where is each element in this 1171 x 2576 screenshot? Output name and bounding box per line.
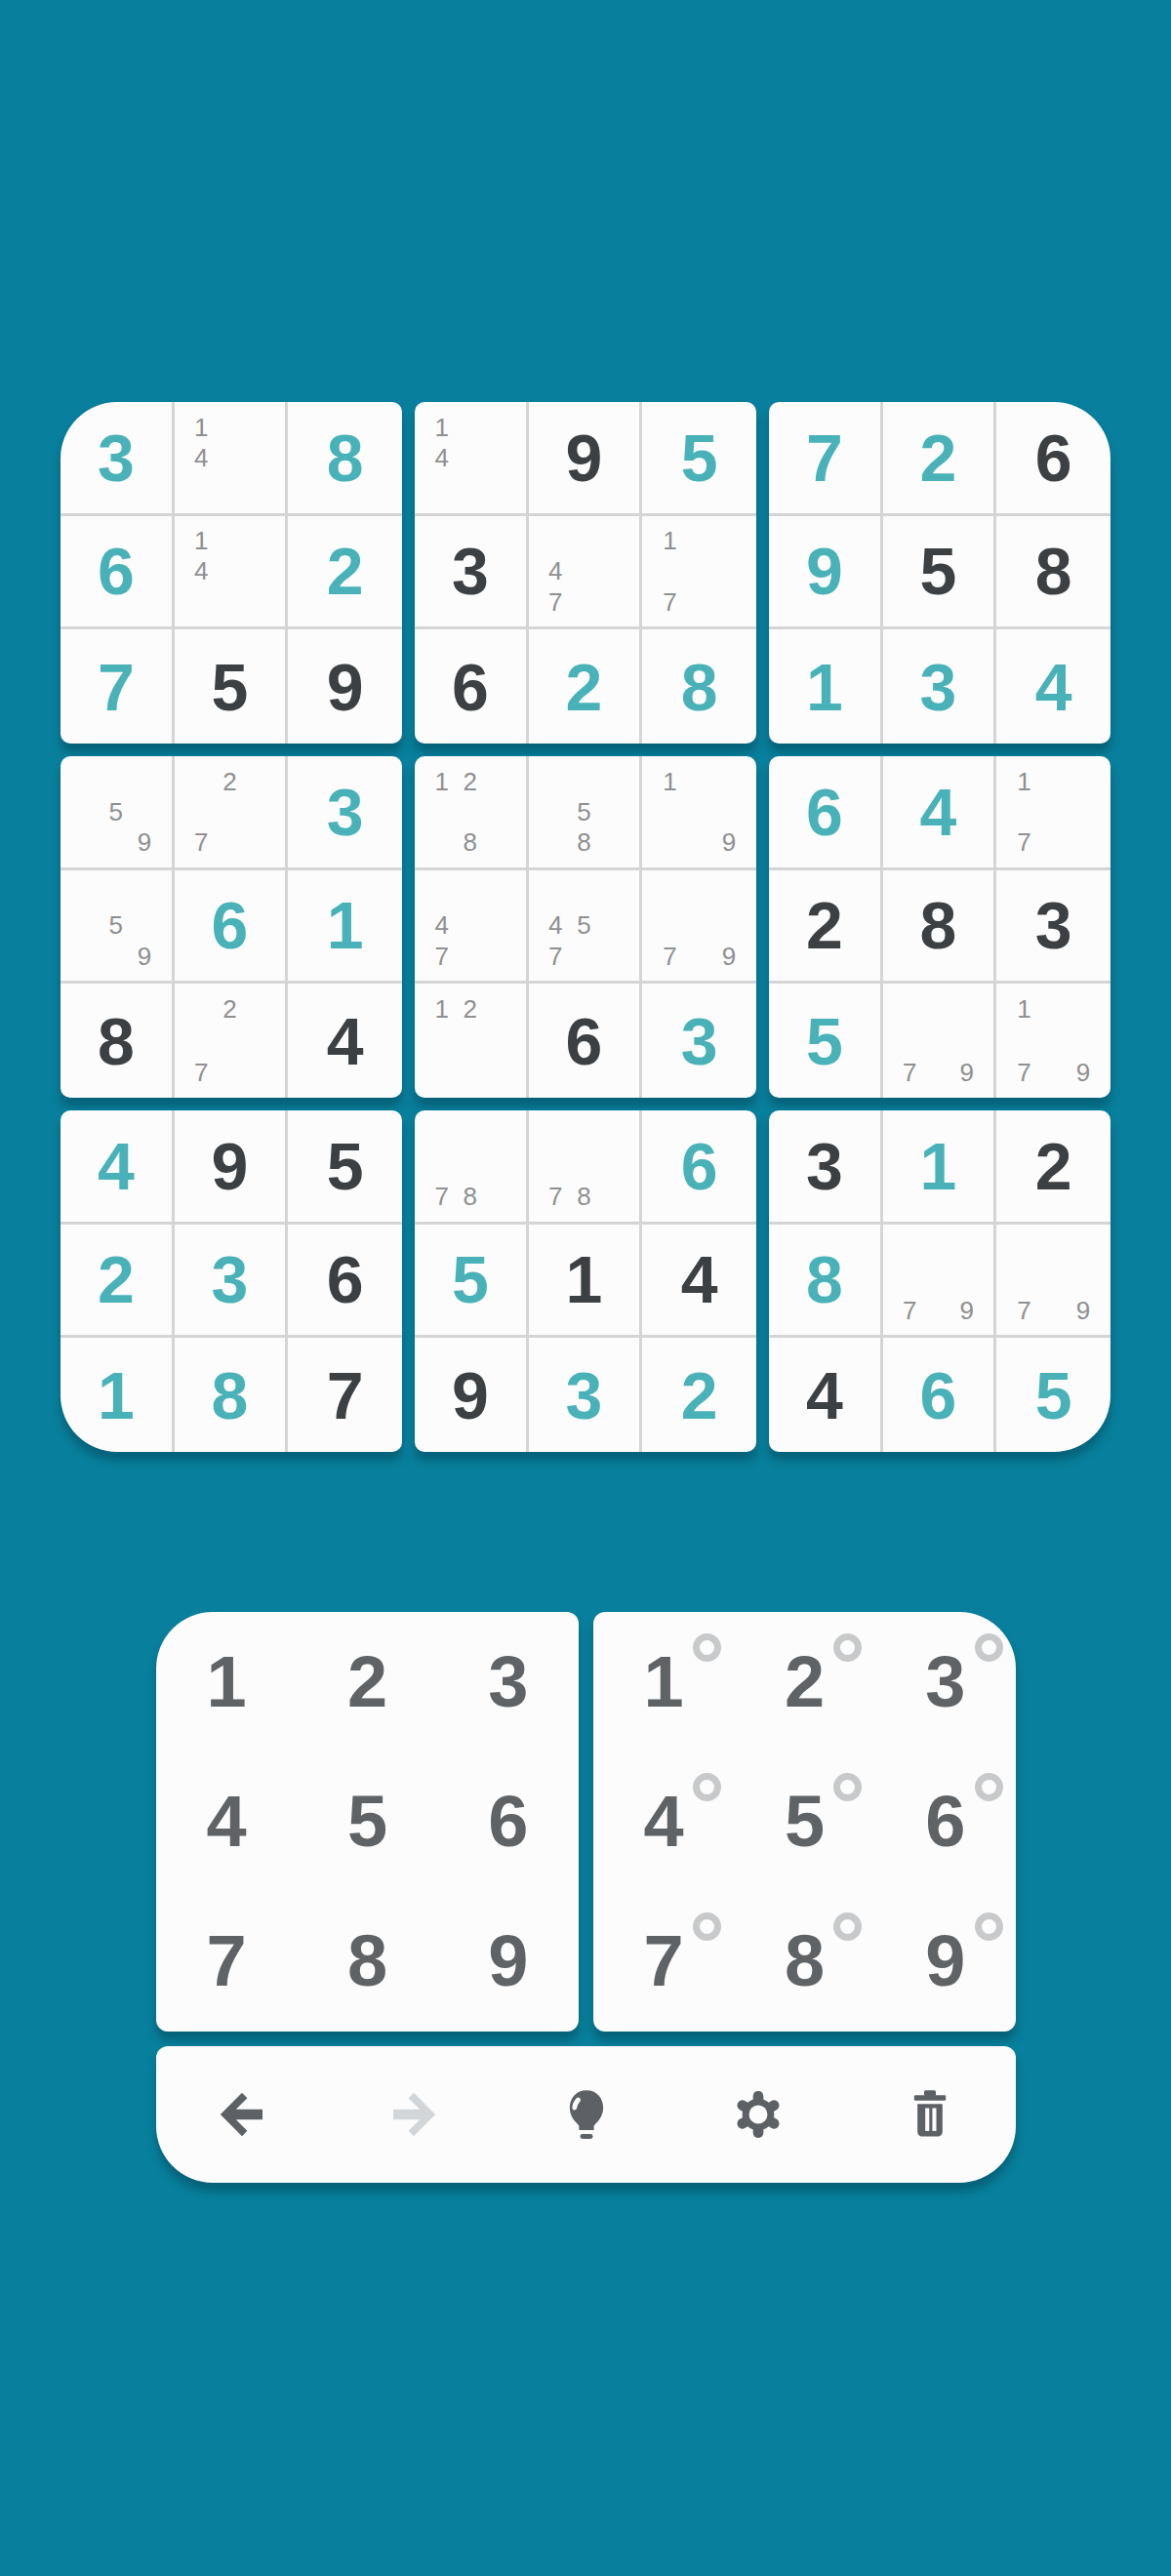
key-4[interactable]: 4	[156, 1751, 297, 1891]
cell-r3c9[interactable]: 4	[996, 629, 1110, 744]
cell-r6c5[interactable]: 6	[529, 984, 643, 1098]
cell-r2c4[interactable]: 3	[415, 516, 529, 630]
note-key-3[interactable]: 3	[875, 1612, 1016, 1751]
note-slot-1	[542, 766, 570, 796]
cell-digit: 4	[681, 1246, 718, 1312]
note-slot-5	[1039, 796, 1069, 826]
cell-r3c3[interactable]: 9	[288, 629, 402, 744]
note-slot-6	[1069, 796, 1098, 826]
cell-r9c3[interactable]: 7	[288, 1338, 402, 1452]
cell-digit: 5	[681, 424, 718, 491]
cell-r2c7[interactable]: 9	[769, 516, 883, 630]
cell-digit: 3	[681, 1008, 718, 1074]
note-slot-5	[570, 1150, 598, 1181]
note-slot-3	[244, 766, 272, 796]
note-slot-9: 9	[952, 1295, 981, 1325]
note-slot-5: 5	[570, 910, 598, 941]
key-8[interactable]: 8	[297, 1892, 437, 2032]
board-box-2: 149534717628	[415, 402, 756, 744]
note-slot-1: 1	[1009, 766, 1038, 796]
erase-button[interactable]	[844, 2086, 1016, 2143]
cell-digit: 6	[452, 654, 489, 720]
pencil-notes: 457	[542, 880, 627, 972]
note-key-7[interactable]: 7	[593, 1892, 734, 2032]
cell-r7c2[interactable]: 9	[175, 1110, 289, 1225]
arrow-right-icon	[386, 2087, 441, 2142]
note-slot-4	[73, 796, 101, 826]
cell-digit: 7	[98, 654, 135, 720]
note-slot-6	[598, 1150, 626, 1181]
note-key-9[interactable]: 9	[875, 1892, 1016, 2032]
cell-r2c2[interactable]: 14	[175, 516, 289, 630]
key-digit: 1	[644, 1646, 684, 1718]
cell-digit: 5	[806, 1008, 843, 1074]
note-slot-4	[896, 1265, 924, 1295]
note-slot-3	[484, 1120, 512, 1150]
note-slot-4	[1009, 1265, 1038, 1295]
settings-button[interactable]	[672, 2086, 844, 2143]
cell-digit: 8	[681, 654, 718, 720]
key-9[interactable]: 9	[438, 1892, 579, 2032]
key-1[interactable]: 1	[156, 1612, 297, 1751]
cell-r7c1[interactable]: 4	[61, 1110, 175, 1225]
cell-r6c1[interactable]: 8	[61, 984, 175, 1098]
cell-r2c6[interactable]: 17	[642, 516, 756, 630]
note-slot-4: 4	[187, 442, 216, 472]
note-mode-ring-icon	[833, 1912, 862, 1941]
cell-digit: 8	[1035, 538, 1072, 604]
note-slot-3	[244, 412, 272, 442]
note-slot-3	[484, 993, 512, 1025]
note-slot-8	[456, 1057, 484, 1088]
cell-r9c2[interactable]: 8	[175, 1338, 289, 1452]
cell-digit: 2	[920, 424, 957, 491]
cell-r8c9[interactable]: 79	[996, 1225, 1110, 1339]
board-box-6: 6417283579179	[769, 756, 1110, 1098]
key-3[interactable]: 3	[438, 1612, 579, 1751]
cell-digit: 2	[681, 1362, 718, 1429]
key-digit: 2	[785, 1646, 825, 1718]
note-slot-6	[714, 556, 744, 586]
cell-r7c4[interactable]: 78	[415, 1110, 529, 1225]
note-key-4[interactable]: 4	[593, 1751, 734, 1891]
cell-r1c9[interactable]: 6	[996, 402, 1110, 516]
board-box-3: 726958134	[769, 402, 1110, 744]
cell-r8c3[interactable]: 6	[288, 1225, 402, 1339]
cell-r1c1[interactable]: 3	[61, 402, 175, 516]
note-slot-1: 1	[187, 412, 216, 442]
note-slot-2	[685, 766, 714, 796]
cell-digit: 7	[806, 424, 843, 491]
keypad-normal: 123456789	[156, 1612, 579, 2032]
note-slot-5	[456, 796, 484, 826]
note-slot-9	[484, 1181, 512, 1211]
note-slot-7: 7	[896, 1057, 924, 1088]
cell-digit: 7	[327, 1362, 364, 1429]
note-slot-1: 1	[187, 526, 216, 556]
pencil-notes: 78	[542, 1120, 627, 1212]
note-slot-2	[1039, 993, 1069, 1025]
pencil-notes: 179	[1009, 993, 1098, 1088]
note-slot-8	[685, 586, 714, 617]
note-slot-6	[484, 1150, 512, 1181]
cell-r4c4[interactable]: 128	[415, 756, 529, 870]
cell-r8c1[interactable]: 2	[61, 1225, 175, 1339]
note-slot-2	[456, 1120, 484, 1150]
note-slot-3	[484, 766, 512, 796]
cell-digit: 5	[452, 1246, 489, 1312]
cell-digit: 6	[681, 1133, 718, 1199]
pencil-notes: 128	[427, 766, 513, 858]
note-slot-2: 2	[456, 766, 484, 796]
note-slot-1	[187, 766, 216, 796]
cell-r8c6[interactable]: 4	[642, 1225, 756, 1339]
note-slot-2: 2	[216, 993, 244, 1025]
cell-r9c7[interactable]: 4	[769, 1338, 883, 1452]
cell-r9c4[interactable]: 9	[415, 1338, 529, 1452]
note-slot-2	[456, 412, 484, 442]
note-slot-3	[598, 766, 626, 796]
cell-digit: 1	[566, 1246, 603, 1312]
cell-r5c4[interactable]: 47	[415, 870, 529, 985]
note-slot-7: 7	[655, 941, 684, 971]
cell-digit: 5	[212, 654, 249, 720]
note-slot-3	[952, 1234, 981, 1265]
note-slot-9	[484, 826, 512, 857]
cell-r6c4[interactable]: 12	[415, 984, 529, 1098]
note-slot-5	[456, 1150, 484, 1181]
cell-r4c2[interactable]: 27	[175, 756, 289, 870]
cell-digit: 4	[327, 1008, 364, 1074]
note-slot-9	[714, 586, 744, 617]
note-slot-1: 1	[655, 526, 684, 556]
note-slot-3	[952, 993, 981, 1025]
cell-r9c1[interactable]: 1	[61, 1338, 175, 1452]
cell-r6c8[interactable]: 79	[883, 984, 997, 1098]
note-slot-6	[714, 910, 744, 941]
key-digit: 8	[785, 1925, 825, 1997]
note-slot-2	[570, 880, 598, 910]
note-slot-9	[598, 586, 626, 617]
toolbar	[156, 2046, 1016, 2183]
cell-r1c7[interactable]: 7	[769, 402, 883, 516]
note-slot-8	[456, 472, 484, 503]
note-slot-3	[598, 880, 626, 910]
cell-digit: 9	[212, 1133, 249, 1199]
note-slot-3	[1069, 766, 1098, 796]
note-slot-8	[216, 586, 244, 617]
pencil-notes: 14	[427, 412, 513, 503]
cell-r9c9[interactable]: 5	[996, 1338, 1110, 1452]
hint-button[interactable]	[500, 2086, 671, 2143]
note-slot-1	[655, 880, 684, 910]
note-slot-7: 7	[187, 1057, 216, 1088]
cell-r6c9[interactable]: 179	[996, 984, 1110, 1098]
note-slot-7	[427, 1057, 456, 1088]
note-slot-8: 8	[570, 1181, 598, 1211]
cell-r4c5[interactable]: 58	[529, 756, 643, 870]
note-mode-ring-icon	[833, 1773, 862, 1801]
note-slot-8: 8	[570, 826, 598, 857]
cell-r8c8[interactable]: 79	[883, 1225, 997, 1339]
cell-r6c3[interactable]: 4	[288, 984, 402, 1098]
cell-r4c9[interactable]: 17	[996, 756, 1110, 870]
note-slot-2: 2	[456, 993, 484, 1025]
cell-digit: 8	[327, 424, 364, 491]
note-slot-9: 9	[714, 941, 744, 971]
note-slot-8	[1039, 826, 1069, 857]
note-key-8[interactable]: 8	[734, 1892, 874, 2032]
cell-r4c1[interactable]: 59	[61, 756, 175, 870]
note-slot-1	[73, 880, 101, 910]
cell-r6c2[interactable]: 27	[175, 984, 289, 1098]
cell-r3c7[interactable]: 1	[769, 629, 883, 744]
key-digit: 9	[925, 1925, 965, 1997]
cell-r7c7[interactable]: 3	[769, 1110, 883, 1225]
cell-r5c7[interactable]: 2	[769, 870, 883, 985]
cell-r4c8[interactable]: 4	[883, 756, 997, 870]
cell-digit: 1	[806, 654, 843, 720]
note-slot-8	[570, 941, 598, 971]
note-slot-9	[598, 1181, 626, 1211]
pencil-notes: 27	[187, 766, 273, 858]
cell-r3c1[interactable]: 7	[61, 629, 175, 744]
undo-button[interactable]	[156, 2087, 328, 2142]
note-slot-1	[73, 766, 101, 796]
cell-r7c8[interactable]: 1	[883, 1110, 997, 1225]
note-slot-6	[1069, 1026, 1098, 1057]
note-slot-4: 4	[542, 910, 570, 941]
arrow-left-icon	[215, 2087, 269, 2142]
note-slot-9	[244, 1057, 272, 1088]
cell-r5c9[interactable]: 3	[996, 870, 1110, 985]
cell-digit: 1	[920, 1133, 957, 1199]
note-slot-6	[1069, 1265, 1098, 1295]
pencil-notes: 78	[427, 1120, 513, 1212]
key-6[interactable]: 6	[438, 1751, 579, 1891]
note-slot-8	[685, 826, 714, 857]
note-slot-5: 5	[101, 910, 130, 941]
note-slot-7: 7	[1009, 1057, 1038, 1088]
note-slot-7: 7	[896, 1295, 924, 1325]
note-slot-6	[952, 1265, 981, 1295]
cell-r5c1[interactable]: 59	[61, 870, 175, 985]
cell-r5c5[interactable]: 457	[529, 870, 643, 985]
note-slot-5	[685, 556, 714, 586]
cell-r4c7[interactable]: 6	[769, 756, 883, 870]
key-2[interactable]: 2	[297, 1612, 437, 1751]
cell-r3c8[interactable]: 3	[883, 629, 997, 744]
cell-digit: 5	[920, 538, 957, 604]
note-slot-6	[598, 910, 626, 941]
cell-r8c4[interactable]: 5	[415, 1225, 529, 1339]
note-slot-1	[896, 1234, 924, 1265]
note-slot-3	[714, 526, 744, 556]
cell-r2c9[interactable]: 8	[996, 516, 1110, 630]
key-digit: 5	[347, 1786, 387, 1858]
note-slot-6	[130, 910, 158, 941]
cell-r1c5[interactable]: 9	[529, 402, 643, 516]
cell-r3c5[interactable]: 2	[529, 629, 643, 744]
board-box-8: 78786514932	[415, 1110, 756, 1452]
cell-r7c5[interactable]: 78	[529, 1110, 643, 1225]
cell-r3c4[interactable]: 6	[415, 629, 529, 744]
note-slot-3	[130, 766, 158, 796]
note-slot-6	[484, 796, 512, 826]
cell-r1c8[interactable]: 2	[883, 402, 997, 516]
cell-r5c2[interactable]: 6	[175, 870, 289, 985]
cell-r2c5[interactable]: 47	[529, 516, 643, 630]
cell-digit: 3	[452, 538, 489, 604]
note-slot-3	[130, 880, 158, 910]
board-box-4: 5927359618274	[61, 756, 402, 1098]
cell-r8c5[interactable]: 1	[529, 1225, 643, 1339]
key-7[interactable]: 7	[156, 1892, 297, 2032]
note-slot-9: 9	[714, 826, 744, 857]
note-slot-1	[542, 880, 570, 910]
note-key-5[interactable]: 5	[734, 1751, 874, 1891]
note-slot-6	[244, 796, 272, 826]
note-slot-5	[924, 1026, 952, 1057]
note-slot-6	[484, 1026, 512, 1057]
note-slot-2	[1039, 766, 1069, 796]
cell-digit: 2	[98, 1246, 135, 1312]
redo-button[interactable]	[328, 2087, 500, 2142]
note-slot-7	[187, 586, 216, 617]
keypad-notes: 123456789	[593, 1612, 1016, 2032]
note-slot-7: 7	[1009, 1295, 1038, 1325]
pencil-notes: 27	[187, 993, 273, 1088]
cell-digit: 4	[1035, 654, 1072, 720]
note-slot-1	[542, 526, 570, 556]
pencil-notes: 47	[427, 880, 513, 972]
note-slot-2	[685, 880, 714, 910]
note-mode-ring-icon	[693, 1633, 721, 1662]
note-slot-9: 9	[130, 941, 158, 971]
note-mode-ring-icon	[693, 1773, 721, 1801]
board-box-9: 31287979465	[769, 1110, 1110, 1452]
note-slot-1	[896, 993, 924, 1025]
cell-r7c3[interactable]: 5	[288, 1110, 402, 1225]
cell-r5c8[interactable]: 8	[883, 870, 997, 985]
note-key-6[interactable]: 6	[875, 1751, 1016, 1891]
cell-r7c6[interactable]: 6	[642, 1110, 756, 1225]
note-slot-3	[598, 526, 626, 556]
note-key-1[interactable]: 1	[593, 1612, 734, 1751]
cell-r9c8[interactable]: 6	[883, 1338, 997, 1452]
cell-r5c6[interactable]: 79	[642, 870, 756, 985]
cell-r5c3[interactable]: 1	[288, 870, 402, 985]
note-slot-2	[101, 766, 130, 796]
note-slot-7	[73, 826, 101, 857]
cell-r2c8[interactable]: 5	[883, 516, 997, 630]
note-slot-8	[101, 826, 130, 857]
cell-digit: 9	[566, 424, 603, 491]
cell-r6c6[interactable]: 3	[642, 984, 756, 1098]
cell-r2c3[interactable]: 2	[288, 516, 402, 630]
cell-r1c2[interactable]: 14	[175, 402, 289, 516]
cell-digit: 3	[327, 779, 364, 845]
key-5[interactable]: 5	[297, 1751, 437, 1891]
pencil-notes: 79	[896, 1234, 982, 1326]
cell-r1c4[interactable]: 14	[415, 402, 529, 516]
note-slot-9: 9	[1069, 1295, 1098, 1325]
cell-r2c1[interactable]: 6	[61, 516, 175, 630]
note-slot-9	[598, 826, 626, 857]
cell-r8c7[interactable]: 8	[769, 1225, 883, 1339]
note-slot-7: 7	[655, 586, 684, 617]
cell-digit: 5	[327, 1133, 364, 1199]
key-digit: 7	[644, 1925, 684, 1997]
note-slot-9: 9	[130, 826, 158, 857]
cell-digit: 8	[212, 1362, 249, 1429]
cell-digit: 3	[212, 1246, 249, 1312]
cell-digit: 6	[566, 1008, 603, 1074]
note-slot-7	[187, 472, 216, 503]
pencil-notes: 59	[73, 766, 159, 858]
cell-r6c7[interactable]: 5	[769, 984, 883, 1098]
pencil-notes: 58	[542, 766, 627, 858]
note-slot-1	[1009, 1234, 1038, 1265]
cell-digit: 8	[98, 1008, 135, 1074]
note-slot-3	[244, 526, 272, 556]
cell-r1c3[interactable]: 8	[288, 402, 402, 516]
cell-r4c6[interactable]: 19	[642, 756, 756, 870]
cell-digit: 4	[806, 1362, 843, 1429]
cell-digit: 6	[920, 1362, 957, 1429]
note-slot-9	[244, 826, 272, 857]
note-slot-2	[570, 1120, 598, 1150]
note-slot-6	[484, 910, 512, 941]
note-slot-9: 9	[952, 1057, 981, 1088]
cell-digit: 1	[327, 892, 364, 958]
key-digit: 4	[644, 1786, 684, 1858]
cell-r4c3[interactable]: 3	[288, 756, 402, 870]
note-slot-7	[73, 941, 101, 971]
cell-digit: 6	[98, 538, 135, 604]
note-slot-8	[456, 941, 484, 971]
note-slot-5	[1039, 1265, 1069, 1295]
note-slot-8	[216, 1057, 244, 1088]
cell-r8c2[interactable]: 3	[175, 1225, 289, 1339]
cell-digit: 2	[566, 654, 603, 720]
cell-r3c6[interactable]: 8	[642, 629, 756, 744]
note-slot-2	[216, 412, 244, 442]
board-box-7: 495236187	[61, 1110, 402, 1452]
cell-r9c6[interactable]: 2	[642, 1338, 756, 1452]
cell-digit: 3	[806, 1133, 843, 1199]
note-slot-7	[542, 826, 570, 857]
cell-r3c2[interactable]: 5	[175, 629, 289, 744]
pencil-notes: 14	[187, 412, 273, 503]
note-slot-5: 5	[570, 796, 598, 826]
note-slot-4	[427, 796, 456, 826]
cell-digit: 6	[327, 1246, 364, 1312]
note-key-2[interactable]: 2	[734, 1612, 874, 1751]
note-slot-3	[714, 880, 744, 910]
cell-r9c5[interactable]: 3	[529, 1338, 643, 1452]
note-slot-8	[570, 586, 598, 617]
cell-r7c9[interactable]: 2	[996, 1110, 1110, 1225]
note-slot-7	[427, 472, 456, 503]
note-slot-2	[924, 1234, 952, 1265]
note-slot-8	[216, 826, 244, 857]
cell-r1c6[interactable]: 5	[642, 402, 756, 516]
note-slot-7	[427, 826, 456, 857]
key-digit: 2	[347, 1646, 387, 1718]
note-slot-8	[1039, 1057, 1069, 1088]
note-slot-1	[542, 1120, 570, 1150]
